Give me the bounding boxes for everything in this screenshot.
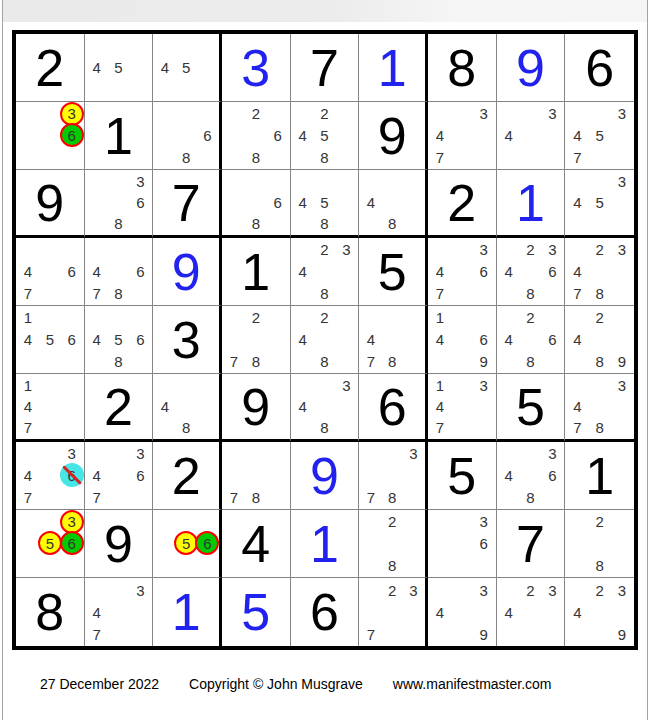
candidate-digit: 4 (161, 59, 169, 76)
candidate-3: 3 (403, 579, 424, 601)
given-digit: 2 (153, 442, 219, 509)
candidate-digit: 6 (136, 194, 144, 211)
candidate-8: 8 (520, 486, 542, 508)
cell-r9c5[interactable]: 6 (291, 578, 360, 646)
cell-r7c7[interactable]: 5 (428, 442, 497, 510)
candidate-9: 9 (611, 623, 633, 645)
candidates-grid: 48 (154, 375, 218, 438)
candidate-7: 7 (360, 623, 381, 645)
candidate-digit: 4 (161, 398, 169, 415)
candidate-8: 8 (108, 282, 130, 304)
candidates-grid: 34 (498, 103, 564, 168)
candidate-digit: 4 (92, 263, 100, 280)
candidate-digit: 6 (68, 535, 76, 552)
candidate-4: 4 (86, 601, 108, 623)
candidate-digit: 4 (92, 467, 100, 484)
candidate-digit: 3 (480, 377, 488, 394)
cell-r3c3[interactable]: 7 (153, 170, 222, 238)
candidate-7: 7 (86, 282, 108, 304)
candidate-digit: 2 (388, 513, 396, 530)
given-digit: 1 (222, 238, 290, 305)
cell-r4c9[interactable]: 23478 (565, 238, 634, 306)
given-digit: 9 (359, 102, 425, 169)
cell-r4c4[interactable]: 1 (222, 238, 291, 306)
candidate-digit: 1 (436, 309, 444, 326)
cell-r4c6[interactable]: 5 (359, 238, 428, 306)
cell-r3c4[interactable]: 68 (222, 170, 291, 238)
cell-r6c8[interactable]: 5 (497, 374, 566, 442)
candidate-1: 1 (429, 375, 451, 396)
cell-r2c9[interactable]: 3457 (565, 102, 634, 170)
candidate-2: 2 (245, 307, 267, 329)
cell-r8c4[interactable]: 4 (222, 510, 291, 578)
candidate-7: 7 (17, 282, 39, 304)
cell-r6c2[interactable]: 2 (85, 374, 154, 442)
cell-r6c9[interactable]: 3478 (565, 374, 634, 442)
candidate-7: 7 (223, 486, 245, 508)
solved-digit: 1 (359, 34, 425, 101)
cell-r7c5[interactable]: 9 (291, 442, 360, 510)
candidate-2: 2 (314, 103, 336, 125)
candidate-3: 3 (129, 171, 151, 192)
candidates-grid: 28 (360, 511, 424, 576)
cell-r9c9[interactable]: 2349 (565, 578, 634, 646)
candidate-digit: 7 (24, 285, 32, 302)
given-digit: 9 (222, 374, 290, 439)
candidate-6: 6 (197, 125, 218, 147)
candidate-2: 2 (520, 239, 542, 261)
given-digit: 2 (16, 34, 84, 101)
candidate-digit: 4 (298, 127, 306, 144)
candidate-digit: 3 (480, 105, 488, 122)
cell-r1c7[interactable]: 8 (428, 34, 497, 102)
candidate-digit: 8 (388, 489, 396, 506)
candidate-5: 5 (589, 192, 611, 213)
solved-digit: 1 (497, 170, 565, 235)
cell-r7c6[interactable]: 378 (359, 442, 428, 510)
cell-r2c6[interactable]: 9 (359, 102, 428, 170)
candidate-digit: 4 (504, 127, 512, 144)
candidate-digit: 3 (548, 582, 556, 599)
candidate-digit: 4 (436, 127, 444, 144)
cell-r5c2[interactable]: 4568 (85, 306, 154, 374)
candidate-4: 4 (292, 261, 314, 283)
solved-digit: 1 (291, 510, 359, 577)
candidate-8: 8 (382, 350, 403, 372)
candidate-digit: 3 (480, 582, 488, 599)
candidate-digit: 4 (367, 331, 375, 348)
candidate-2: 2 (520, 579, 542, 601)
candidate-3: 3 (541, 443, 563, 465)
candidate-digit: 6 (548, 263, 556, 280)
cell-r5c3[interactable]: 3 (153, 306, 222, 374)
candidate-4: 4 (429, 125, 451, 147)
given-digit: 1 (565, 442, 634, 509)
cell-r4c2[interactable]: 4678 (85, 238, 154, 306)
candidate-digit: 4 (436, 398, 444, 415)
candidate-8: 8 (314, 282, 336, 304)
candidate-5: 5 (108, 57, 130, 79)
cell-r4c8[interactable]: 23468 (497, 238, 566, 306)
candidate-digit: 6 (548, 467, 556, 484)
candidate-digit: 7 (573, 149, 581, 166)
cell-r9c8[interactable]: 234 (497, 578, 566, 646)
candidates-grid: 478 (360, 307, 424, 372)
candidate-digit: 4 (436, 263, 444, 280)
candidate-digit: 7 (573, 419, 581, 436)
candidate-digit: 7 (92, 489, 100, 506)
cell-r3c9[interactable]: 345 (565, 170, 634, 238)
candidate-3: 3 (473, 375, 495, 396)
candidates-grid: 1347 (429, 375, 495, 438)
candidate-digit: 6 (68, 331, 76, 348)
cell-r2c1[interactable]: 36 (16, 102, 85, 170)
candidates-grid: 45 (86, 35, 152, 100)
cell-r3c1[interactable]: 9 (16, 170, 85, 238)
candidate-7: 7 (429, 417, 451, 438)
candidate-5: 5 (39, 329, 61, 351)
cell-r6c6[interactable]: 6 (359, 374, 428, 442)
sudoku-board: 2454537189636168268245893473434579368768… (12, 30, 638, 650)
candidate-3: 3 (403, 443, 424, 465)
candidate-2: 2 (314, 307, 336, 329)
candidate-2: 2 (589, 239, 611, 261)
candidate-4: 4 (498, 465, 520, 487)
candidates-grid: 356 (17, 511, 83, 576)
candidate-8: 8 (520, 350, 542, 372)
candidate-3: 3 (473, 579, 495, 601)
cell-r5c4[interactable]: 278 (222, 306, 291, 374)
cell-r4c1[interactable]: 467 (16, 238, 85, 306)
candidate-6: 6 (541, 329, 563, 351)
cell-r8c1[interactable]: 356 (16, 510, 85, 578)
candidate-digit: 7 (92, 626, 100, 643)
candidate-digit: 7 (436, 149, 444, 166)
cell-r8c2[interactable]: 9 (85, 510, 154, 578)
cell-r3c2[interactable]: 368 (85, 170, 154, 238)
cell-r7c1[interactable]: 3467 (16, 442, 85, 510)
cell-r9c1[interactable]: 8 (16, 578, 85, 646)
cell-r4c3[interactable]: 9 (153, 238, 222, 306)
cell-r7c3[interactable]: 2 (153, 442, 222, 510)
footer-date: 27 December 2022 (40, 676, 159, 692)
candidate-digit: 3 (409, 445, 417, 462)
candidate-digit: 6 (274, 127, 282, 144)
candidate-digit: 4 (573, 194, 581, 211)
candidate-6: 6 (129, 329, 151, 351)
candidates-grid: 349 (429, 579, 495, 645)
candidates-grid: 3467 (86, 443, 152, 508)
candidate-digit: 8 (114, 285, 122, 302)
candidate-7: 7 (17, 417, 39, 438)
given-digit: 9 (85, 510, 153, 577)
candidate-3: 3 (611, 579, 633, 601)
cell-r6c7[interactable]: 1347 (428, 374, 497, 442)
candidate-4: 4 (429, 261, 451, 283)
candidate-digit: 5 (320, 127, 328, 144)
candidates-grid: 2489 (566, 307, 633, 372)
cell-r8c3[interactable]: 56 (153, 510, 222, 578)
cell-r2c4[interactable]: 268 (222, 102, 291, 170)
candidates-grid: 458 (292, 171, 358, 234)
candidate-digit: 8 (388, 557, 396, 574)
window-left-border (2, 0, 3, 720)
candidate-digit: 6 (136, 467, 144, 484)
candidate-digit: 3 (548, 445, 556, 462)
cell-r5c8[interactable]: 2468 (497, 306, 566, 374)
given-digit: 2 (85, 374, 153, 439)
cell-r2c3[interactable]: 68 (153, 102, 222, 170)
cell-r3c6[interactable]: 48 (359, 170, 428, 238)
candidate-digit: 7 (24, 489, 32, 506)
footer-website: www.manifestmaster.com (393, 676, 552, 692)
solved-digit: 9 (497, 34, 565, 101)
candidate-4: 4 (86, 465, 108, 487)
candidate-digit: 6 (480, 331, 488, 348)
solved-digit: 5 (222, 578, 290, 646)
candidate-4: 4 (498, 125, 520, 147)
candidate-3-highlighted: 3 (61, 511, 83, 533)
cell-r6c1[interactable]: 147 (16, 374, 85, 442)
candidate-digit: 7 (436, 419, 444, 436)
candidate-digit: 4 (504, 467, 512, 484)
candidates-grid: 348 (292, 375, 358, 438)
candidate-5: 5 (108, 329, 130, 351)
candidate-6: 6 (473, 533, 495, 555)
cell-r7c4[interactable]: 78 (222, 442, 291, 510)
candidate-digit: 2 (320, 309, 328, 326)
candidate-5-highlighted: 5 (39, 533, 61, 555)
candidate-5: 5 (176, 57, 197, 79)
candidate-6: 6 (473, 329, 495, 351)
candidate-digit: 3 (342, 377, 350, 394)
candidate-digit: 7 (436, 285, 444, 302)
candidates-grid: 23468 (498, 239, 564, 304)
candidate-digit: 4 (436, 331, 444, 348)
candidate-8: 8 (382, 213, 403, 234)
candidate-2: 2 (314, 239, 336, 261)
candidate-digit: 2 (320, 241, 328, 258)
candidate-digit: 8 (320, 215, 328, 232)
candidate-8: 8 (176, 417, 197, 438)
candidate-digit: 8 (114, 353, 122, 370)
given-digit: 1 (85, 102, 153, 169)
cell-r8c9[interactable]: 28 (565, 510, 634, 578)
cell-r1c6[interactable]: 1 (359, 34, 428, 102)
candidate-digit: 4 (92, 59, 100, 76)
candidate-digit: 2 (252, 309, 260, 326)
candidate-2: 2 (245, 103, 267, 125)
candidate-digit: 3 (68, 105, 76, 122)
candidates-grid: 45 (154, 35, 218, 100)
cell-r4c7[interactable]: 3467 (428, 238, 497, 306)
cell-r1c4[interactable]: 3 (222, 34, 291, 102)
candidate-digit: 4 (573, 127, 581, 144)
window-right-border (647, 0, 648, 720)
candidate-6: 6 (61, 261, 83, 283)
candidate-6-highlighted: 6 (197, 533, 218, 555)
candidate-7: 7 (17, 486, 39, 508)
candidate-digit: 3 (342, 241, 350, 258)
cell-r2c2[interactable]: 1 (85, 102, 154, 170)
cell-r1c5[interactable]: 7 (291, 34, 360, 102)
candidate-6: 6 (541, 261, 563, 283)
candidate-digit: 4 (24, 467, 32, 484)
candidate-4: 4 (17, 261, 39, 283)
candidate-6-highlighted: 6 (61, 125, 83, 147)
cell-r7c2[interactable]: 3467 (85, 442, 154, 510)
candidate-digit: 2 (526, 309, 534, 326)
candidate-digit: 5 (320, 194, 328, 211)
candidate-digit: 8 (388, 215, 396, 232)
candidate-4: 4 (566, 601, 588, 623)
cell-r9c6[interactable]: 237 (359, 578, 428, 646)
candidate-digit: 9 (480, 626, 488, 643)
candidate-digit: 8 (388, 353, 396, 370)
given-digit: 6 (291, 578, 359, 646)
candidate-digit: 5 (182, 535, 190, 552)
candidate-digit: 7 (367, 626, 375, 643)
candidate-8: 8 (314, 417, 336, 438)
cell-r4c5[interactable]: 2348 (291, 238, 360, 306)
given-digit: 5 (428, 442, 496, 509)
candidate-digit: 3 (618, 377, 626, 394)
candidate-digit: 3 (136, 582, 144, 599)
cell-r1c3[interactable]: 45 (153, 34, 222, 102)
candidate-4: 4 (566, 261, 588, 283)
candidate-digit: 1 (24, 309, 32, 326)
cell-r7c9[interactable]: 1 (565, 442, 634, 510)
candidate-digit: 6 (203, 127, 211, 144)
given-digit: 3 (153, 306, 219, 373)
candidate-4: 4 (566, 192, 588, 213)
candidate-digit: 4 (573, 263, 581, 280)
candidate-digit: 7 (92, 285, 100, 302)
candidate-digit: 6 (136, 263, 144, 280)
candidate-8: 8 (382, 486, 403, 508)
candidates-grid: 3467 (17, 443, 83, 508)
candidate-digit: 8 (595, 285, 603, 302)
cell-r8c8[interactable]: 7 (497, 510, 566, 578)
candidate-4: 4 (429, 329, 451, 351)
cell-r1c1[interactable]: 2 (16, 34, 85, 102)
candidate-digit: 3 (480, 241, 488, 258)
cell-r9c3[interactable]: 1 (153, 578, 222, 646)
candidate-3: 3 (473, 103, 495, 125)
candidate-digit: 4 (298, 263, 306, 280)
candidates-grid: 467 (17, 239, 83, 304)
candidate-6: 6 (541, 465, 563, 487)
candidate-4: 4 (292, 329, 314, 351)
cell-r3c8[interactable]: 1 (497, 170, 566, 238)
candidate-2: 2 (589, 307, 611, 329)
cell-r5c9[interactable]: 2489 (565, 306, 634, 374)
candidate-digit: 4 (298, 398, 306, 415)
candidate-digit: 8 (252, 353, 260, 370)
candidate-digit: 8 (182, 419, 190, 436)
candidate-5-highlighted: 5 (176, 533, 197, 555)
cell-r5c7[interactable]: 1469 (428, 306, 497, 374)
candidate-digit: 4 (298, 194, 306, 211)
cell-r9c7[interactable]: 349 (428, 578, 497, 646)
candidate-4: 4 (498, 601, 520, 623)
candidate-digit: 5 (114, 59, 122, 76)
cell-r1c8[interactable]: 9 (497, 34, 566, 102)
candidate-3: 3 (611, 375, 633, 396)
candidate-7: 7 (566, 417, 588, 438)
candidate-digit: 8 (595, 353, 603, 370)
candidates-grid: 56 (154, 511, 218, 576)
cell-r3c5[interactable]: 458 (291, 170, 360, 238)
candidates-grid: 345 (566, 171, 633, 234)
candidate-3-highlighted: 3 (61, 103, 83, 125)
candidates-grid: 23478 (566, 239, 633, 304)
candidate-4: 4 (17, 329, 39, 351)
candidate-digit: 4 (298, 331, 306, 348)
candidates-grid: 237 (360, 579, 424, 645)
candidates-grid: 78 (223, 443, 289, 508)
candidate-3: 3 (611, 171, 633, 192)
candidates-grid: 28 (566, 511, 633, 576)
candidate-digit: 1 (436, 377, 444, 394)
candidate-4: 4 (429, 396, 451, 417)
candidate-digit: 4 (436, 604, 444, 621)
cell-r8c7[interactable]: 36 (428, 510, 497, 578)
cell-r8c6[interactable]: 28 (359, 510, 428, 578)
cell-r3c7[interactable]: 2 (428, 170, 497, 238)
candidate-2: 2 (382, 579, 403, 601)
footer: 27 December 2022Copyright © John Musgrav… (40, 676, 552, 692)
cell-r1c2[interactable]: 45 (85, 34, 154, 102)
cell-r7c8[interactable]: 3468 (497, 442, 566, 510)
cell-r2c7[interactable]: 347 (428, 102, 497, 170)
candidate-8: 8 (245, 213, 267, 234)
cell-r6c5[interactable]: 348 (291, 374, 360, 442)
candidate-digit: 6 (68, 263, 76, 280)
cell-r6c3[interactable]: 48 (153, 374, 222, 442)
cell-r6c4[interactable]: 9 (222, 374, 291, 442)
cell-r2c8[interactable]: 34 (497, 102, 566, 170)
candidate-digit: 4 (24, 263, 32, 280)
candidate-8: 8 (314, 350, 336, 372)
cell-r5c5[interactable]: 248 (291, 306, 360, 374)
candidate-4: 4 (86, 57, 108, 79)
cell-r5c6[interactable]: 478 (359, 306, 428, 374)
cell-r8c5[interactable]: 1 (291, 510, 360, 578)
candidate-digit: 6 (480, 263, 488, 280)
cell-r9c2[interactable]: 347 (85, 578, 154, 646)
candidate-digit: 8 (595, 419, 603, 436)
candidate-digit: 4 (504, 263, 512, 280)
cell-r9c4[interactable]: 5 (222, 578, 291, 646)
candidate-digit: 6 (274, 194, 282, 211)
candidate-6: 6 (129, 192, 151, 213)
candidates-grid: 36 (17, 103, 83, 168)
given-digit: 4 (222, 510, 290, 577)
cell-r2c5[interactable]: 2458 (291, 102, 360, 170)
candidate-digit: 8 (114, 215, 122, 232)
cell-r1c9[interactable]: 6 (565, 34, 634, 102)
candidate-8: 8 (245, 350, 267, 372)
given-digit: 6 (359, 374, 425, 439)
given-digit: 7 (291, 34, 359, 101)
candidate-6: 6 (129, 261, 151, 283)
candidates-grid: 2468 (498, 307, 564, 372)
cell-r5c1[interactable]: 1456 (16, 306, 85, 374)
candidate-5: 5 (314, 192, 336, 213)
candidate-digit: 8 (182, 149, 190, 166)
candidate-4: 4 (292, 125, 314, 147)
